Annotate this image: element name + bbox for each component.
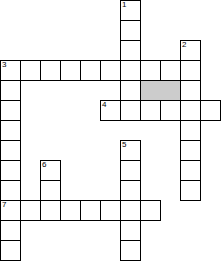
answer-cell-r4c6[interactable]	[120, 80, 141, 101]
answer-cell-r3c9[interactable]	[180, 60, 201, 81]
crossword-grid: 1234567	[0, 0, 221, 261]
clue-number-6: 6	[42, 161, 46, 169]
clue-number-3: 3	[2, 61, 6, 69]
answer-cell-r3c4[interactable]	[80, 60, 101, 81]
answer-cell-r11c0[interactable]	[0, 220, 21, 241]
answer-cell-r9c2[interactable]	[40, 180, 61, 201]
clue-number-1: 1	[122, 1, 126, 9]
answer-cell-r7c9[interactable]	[180, 140, 201, 161]
clue-number-7: 7	[2, 201, 6, 209]
answer-cell-r8c6[interactable]	[120, 160, 141, 181]
answer-cell-r11c6[interactable]	[120, 220, 141, 241]
answer-cell-r8c9[interactable]	[180, 160, 201, 181]
answer-cell-r9c9[interactable]	[180, 180, 201, 201]
answer-cell-r3c2[interactable]	[40, 60, 61, 81]
shaded-block	[140, 80, 181, 101]
answer-cell-r7c0[interactable]	[0, 140, 21, 161]
answer-cell-r10c7[interactable]	[140, 200, 161, 221]
answer-cell-r9c6[interactable]	[120, 180, 141, 201]
answer-cell-r10c6[interactable]	[120, 200, 141, 221]
answer-cell-r1c6[interactable]	[120, 20, 141, 41]
answer-cell-r9c0[interactable]	[0, 180, 21, 201]
answer-cell-r5c0[interactable]	[0, 100, 21, 121]
answer-cell-r3c8[interactable]	[160, 60, 181, 81]
answer-cell-r12c0[interactable]	[0, 240, 21, 261]
answer-cell-r10c2[interactable]	[40, 200, 61, 221]
answer-cell-r5c8[interactable]	[160, 100, 181, 121]
answer-cell-r5c7[interactable]	[140, 100, 161, 121]
answer-cell-r3c3[interactable]	[60, 60, 81, 81]
answer-cell-r6c0[interactable]	[0, 120, 21, 141]
clue-number-4: 4	[102, 101, 106, 109]
answer-cell-r3c7[interactable]	[140, 60, 161, 81]
answer-cell-r4c9[interactable]	[180, 80, 201, 101]
answer-cell-r10c4[interactable]	[80, 200, 101, 221]
answer-cell-r10c3[interactable]	[60, 200, 81, 221]
answer-cell-r10c1[interactable]	[20, 200, 41, 221]
answer-cell-r3c5[interactable]	[100, 60, 121, 81]
answer-cell-r6c9[interactable]	[180, 120, 201, 141]
answer-cell-r4c0[interactable]	[0, 80, 21, 101]
answer-cell-r5c6[interactable]	[120, 100, 141, 121]
answer-cell-r3c6[interactable]	[120, 60, 141, 81]
answer-cell-r5c9[interactable]	[180, 100, 201, 121]
answer-cell-r10c5[interactable]	[100, 200, 121, 221]
answer-cell-r2c6[interactable]	[120, 40, 141, 61]
answer-cell-r3c1[interactable]	[20, 60, 41, 81]
answer-cell-r12c6[interactable]	[120, 240, 141, 261]
clue-number-2: 2	[182, 41, 186, 49]
answer-cell-r5c10[interactable]	[200, 100, 221, 121]
answer-cell-r8c0[interactable]	[0, 160, 21, 181]
clue-number-5: 5	[122, 141, 126, 149]
